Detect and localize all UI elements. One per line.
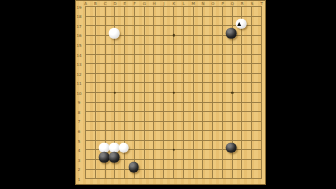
intersection-J10[interactable]: [159, 88, 169, 98]
intersection-L11[interactable]: [178, 78, 188, 88]
intersection-J4[interactable]: [159, 145, 169, 155]
intersection-N9[interactable]: [198, 97, 208, 107]
intersection-G4[interactable]: [139, 145, 149, 155]
intersection-C1[interactable]: [100, 174, 110, 184]
intersection-S18[interactable]: [247, 11, 257, 21]
intersection-N1[interactable]: [198, 174, 208, 184]
intersection-Q16[interactable]: [227, 31, 237, 41]
intersection-G5[interactable]: [139, 136, 149, 146]
intersection-H4[interactable]: [149, 145, 159, 155]
intersection-P17[interactable]: [218, 21, 228, 31]
intersection-A13[interactable]: [81, 59, 91, 69]
intersection-O3[interactable]: [208, 155, 218, 165]
intersection-A5[interactable]: [81, 136, 91, 146]
intersection-D15[interactable]: [110, 40, 120, 50]
intersection-N5[interactable]: [198, 136, 208, 146]
intersection-G8[interactable]: [139, 107, 149, 117]
intersection-B11[interactable]: [91, 78, 101, 88]
intersection-L5[interactable]: [178, 136, 188, 146]
intersection-Q12[interactable]: [227, 69, 237, 79]
intersection-M5[interactable]: [188, 136, 198, 146]
intersection-D7[interactable]: [110, 116, 120, 126]
intersection-S3[interactable]: [247, 155, 257, 165]
intersection-B18[interactable]: [91, 11, 101, 21]
intersection-F11[interactable]: [130, 78, 140, 88]
intersection-A10[interactable]: [81, 88, 91, 98]
intersection-S14[interactable]: [247, 50, 257, 60]
intersection-L2[interactable]: [178, 164, 188, 174]
intersection-R19[interactable]: [237, 2, 247, 12]
intersection-H15[interactable]: [149, 40, 159, 50]
intersection-S10[interactable]: [247, 88, 257, 98]
intersection-N2[interactable]: [198, 164, 208, 174]
intersection-L10[interactable]: [178, 88, 188, 98]
intersection-M8[interactable]: [188, 107, 198, 117]
intersection-R12[interactable]: [237, 69, 247, 79]
intersection-M7[interactable]: [188, 116, 198, 126]
intersection-P18[interactable]: [218, 11, 228, 21]
intersection-E14[interactable]: [120, 50, 130, 60]
intersection-T13[interactable]: [257, 59, 267, 69]
intersection-B15[interactable]: [91, 40, 101, 50]
intersection-O8[interactable]: [208, 107, 218, 117]
intersection-L6[interactable]: [178, 126, 188, 136]
intersection-J17[interactable]: [159, 21, 169, 31]
intersection-S6[interactable]: [247, 126, 257, 136]
intersection-H16[interactable]: [149, 31, 159, 41]
intersection-C17[interactable]: [100, 21, 110, 31]
intersection-A6[interactable]: [81, 126, 91, 136]
intersection-D16[interactable]: [110, 31, 120, 41]
intersection-H5[interactable]: [149, 136, 159, 146]
intersection-O14[interactable]: [208, 50, 218, 60]
intersection-T11[interactable]: [257, 78, 267, 88]
intersection-K2[interactable]: [169, 164, 179, 174]
intersection-P12[interactable]: [218, 69, 228, 79]
intersection-N17[interactable]: [198, 21, 208, 31]
intersection-O11[interactable]: [208, 78, 218, 88]
intersection-C14[interactable]: [100, 50, 110, 60]
intersection-D2[interactable]: [110, 164, 120, 174]
intersection-Q18[interactable]: [227, 11, 237, 21]
intersection-O7[interactable]: [208, 116, 218, 126]
intersection-C2[interactable]: [100, 164, 110, 174]
intersection-E10[interactable]: [120, 88, 130, 98]
intersection-K18[interactable]: [169, 11, 179, 21]
intersection-T8[interactable]: [257, 107, 267, 117]
intersection-T15[interactable]: [257, 40, 267, 50]
intersection-N12[interactable]: [198, 69, 208, 79]
intersection-N11[interactable]: [198, 78, 208, 88]
intersection-M15[interactable]: [188, 40, 198, 50]
intersection-O12[interactable]: [208, 69, 218, 79]
intersection-F6[interactable]: [130, 126, 140, 136]
intersection-C19[interactable]: [100, 2, 110, 12]
intersection-P9[interactable]: [218, 97, 228, 107]
intersection-H13[interactable]: [149, 59, 159, 69]
intersection-O1[interactable]: [208, 174, 218, 184]
intersection-F17[interactable]: [130, 21, 140, 31]
intersection-R17[interactable]: [237, 21, 247, 31]
intersection-M16[interactable]: [188, 31, 198, 41]
intersection-J7[interactable]: [159, 116, 169, 126]
intersection-K16[interactable]: [169, 31, 179, 41]
intersection-J6[interactable]: [159, 126, 169, 136]
intersection-C6[interactable]: [100, 126, 110, 136]
intersection-Q10[interactable]: [227, 88, 237, 98]
intersection-H17[interactable]: [149, 21, 159, 31]
intersection-Q14[interactable]: [227, 50, 237, 60]
intersection-M9[interactable]: [188, 97, 198, 107]
intersection-L15[interactable]: [178, 40, 188, 50]
intersection-M10[interactable]: [188, 88, 198, 98]
intersection-D6[interactable]: [110, 126, 120, 136]
intersection-H18[interactable]: [149, 11, 159, 21]
intersection-D9[interactable]: [110, 97, 120, 107]
intersection-T17[interactable]: [257, 21, 267, 31]
intersection-E8[interactable]: [120, 107, 130, 117]
intersection-S17[interactable]: [247, 21, 257, 31]
intersection-J1[interactable]: [159, 174, 169, 184]
intersection-E7[interactable]: [120, 116, 130, 126]
intersection-R11[interactable]: [237, 78, 247, 88]
intersection-T10[interactable]: [257, 88, 267, 98]
intersection-G11[interactable]: [139, 78, 149, 88]
intersection-J9[interactable]: [159, 97, 169, 107]
intersection-R16[interactable]: [237, 31, 247, 41]
intersection-J13[interactable]: [159, 59, 169, 69]
intersection-A11[interactable]: [81, 78, 91, 88]
intersection-F10[interactable]: [130, 88, 140, 98]
intersection-J8[interactable]: [159, 107, 169, 117]
intersection-N6[interactable]: [198, 126, 208, 136]
intersection-R4[interactable]: [237, 145, 247, 155]
intersection-P10[interactable]: [218, 88, 228, 98]
intersection-Q19[interactable]: [227, 2, 237, 12]
intersection-F15[interactable]: [130, 40, 140, 50]
intersection-K13[interactable]: [169, 59, 179, 69]
intersection-R6[interactable]: [237, 126, 247, 136]
intersection-Q7[interactable]: [227, 116, 237, 126]
intersection-E3[interactable]: [120, 155, 130, 165]
intersection-N4[interactable]: [198, 145, 208, 155]
intersection-D11[interactable]: [110, 78, 120, 88]
intersection-O18[interactable]: [208, 11, 218, 21]
intersection-A9[interactable]: [81, 97, 91, 107]
intersection-L4[interactable]: [178, 145, 188, 155]
intersection-N16[interactable]: [198, 31, 208, 41]
intersection-D14[interactable]: [110, 50, 120, 60]
intersection-N7[interactable]: [198, 116, 208, 126]
intersection-B17[interactable]: [91, 21, 101, 31]
intersection-K19[interactable]: [169, 2, 179, 12]
intersection-A15[interactable]: [81, 40, 91, 50]
intersection-S15[interactable]: [247, 40, 257, 50]
intersection-E11[interactable]: [120, 78, 130, 88]
intersection-S16[interactable]: [247, 31, 257, 41]
intersection-L18[interactable]: [178, 11, 188, 21]
intersection-C15[interactable]: [100, 40, 110, 50]
intersection-G13[interactable]: [139, 59, 149, 69]
intersection-O19[interactable]: [208, 2, 218, 12]
intersection-H10[interactable]: [149, 88, 159, 98]
intersection-P1[interactable]: [218, 174, 228, 184]
intersection-R9[interactable]: [237, 97, 247, 107]
intersection-K14[interactable]: [169, 50, 179, 60]
intersection-K5[interactable]: [169, 136, 179, 146]
intersection-L7[interactable]: [178, 116, 188, 126]
intersection-D18[interactable]: [110, 11, 120, 21]
intersection-E12[interactable]: [120, 69, 130, 79]
intersection-B5[interactable]: [91, 136, 101, 146]
intersection-B14[interactable]: [91, 50, 101, 60]
intersection-P14[interactable]: [218, 50, 228, 60]
intersection-J3[interactable]: [159, 155, 169, 165]
intersection-B1[interactable]: [91, 174, 101, 184]
intersection-H14[interactable]: [149, 50, 159, 60]
intersection-P5[interactable]: [218, 136, 228, 146]
intersection-C8[interactable]: [100, 107, 110, 117]
intersection-B7[interactable]: [91, 116, 101, 126]
intersection-F13[interactable]: [130, 59, 140, 69]
intersection-A16[interactable]: [81, 31, 91, 41]
intersection-G16[interactable]: [139, 31, 149, 41]
intersection-P6[interactable]: [218, 126, 228, 136]
intersection-O13[interactable]: [208, 59, 218, 69]
intersection-E4[interactable]: [120, 145, 130, 155]
intersection-E17[interactable]: [120, 21, 130, 31]
intersection-F1[interactable]: [130, 174, 140, 184]
intersection-T16[interactable]: [257, 31, 267, 41]
intersection-K12[interactable]: [169, 69, 179, 79]
intersection-T7[interactable]: [257, 116, 267, 126]
intersection-L13[interactable]: [178, 59, 188, 69]
intersection-A12[interactable]: [81, 69, 91, 79]
intersection-P15[interactable]: [218, 40, 228, 50]
intersection-F2[interactable]: [130, 164, 140, 174]
intersection-N19[interactable]: [198, 2, 208, 12]
intersection-L9[interactable]: [178, 97, 188, 107]
intersection-D13[interactable]: [110, 59, 120, 69]
intersection-S8[interactable]: [247, 107, 257, 117]
intersection-S7[interactable]: [247, 116, 257, 126]
intersection-F14[interactable]: [130, 50, 140, 60]
intersection-R10[interactable]: [237, 88, 247, 98]
intersection-E18[interactable]: [120, 11, 130, 21]
intersection-T14[interactable]: [257, 50, 267, 60]
intersection-Q6[interactable]: [227, 126, 237, 136]
intersection-T9[interactable]: [257, 97, 267, 107]
intersection-Q2[interactable]: [227, 164, 237, 174]
intersection-K7[interactable]: [169, 116, 179, 126]
intersection-B9[interactable]: [91, 97, 101, 107]
intersection-P8[interactable]: [218, 107, 228, 117]
intersection-J11[interactable]: [159, 78, 169, 88]
intersection-G19[interactable]: [139, 2, 149, 12]
intersection-B10[interactable]: [91, 88, 101, 98]
intersection-E6[interactable]: [120, 126, 130, 136]
intersection-R5[interactable]: [237, 136, 247, 146]
intersection-E15[interactable]: [120, 40, 130, 50]
intersection-M12[interactable]: [188, 69, 198, 79]
intersection-R1[interactable]: [237, 174, 247, 184]
intersection-B2[interactable]: [91, 164, 101, 174]
intersection-F18[interactable]: [130, 11, 140, 21]
intersection-M11[interactable]: [188, 78, 198, 88]
intersection-B8[interactable]: [91, 107, 101, 117]
intersection-R7[interactable]: [237, 116, 247, 126]
intersection-C10[interactable]: [100, 88, 110, 98]
intersection-S11[interactable]: [247, 78, 257, 88]
intersection-C18[interactable]: [100, 11, 110, 21]
intersection-A8[interactable]: [81, 107, 91, 117]
intersection-F12[interactable]: [130, 69, 140, 79]
intersection-O15[interactable]: [208, 40, 218, 50]
intersection-H3[interactable]: [149, 155, 159, 165]
intersection-H9[interactable]: [149, 97, 159, 107]
intersection-B12[interactable]: [91, 69, 101, 79]
intersection-A2[interactable]: [81, 164, 91, 174]
intersection-M18[interactable]: [188, 11, 198, 21]
intersection-F8[interactable]: [130, 107, 140, 117]
intersection-Q4[interactable]: [227, 145, 237, 155]
intersection-Q3[interactable]: [227, 155, 237, 165]
intersection-J14[interactable]: [159, 50, 169, 60]
intersection-K3[interactable]: [169, 155, 179, 165]
intersection-O2[interactable]: [208, 164, 218, 174]
intersection-E13[interactable]: [120, 59, 130, 69]
intersection-H1[interactable]: [149, 174, 159, 184]
intersection-G1[interactable]: [139, 174, 149, 184]
intersection-K4[interactable]: [169, 145, 179, 155]
intersection-R8[interactable]: [237, 107, 247, 117]
intersection-G12[interactable]: [139, 69, 149, 79]
intersection-N8[interactable]: [198, 107, 208, 117]
intersection-R3[interactable]: [237, 155, 247, 165]
intersection-P13[interactable]: [218, 59, 228, 69]
intersection-C13[interactable]: [100, 59, 110, 69]
intersection-T4[interactable]: [257, 145, 267, 155]
intersection-K11[interactable]: [169, 78, 179, 88]
intersection-L8[interactable]: [178, 107, 188, 117]
intersection-S5[interactable]: [247, 136, 257, 146]
intersection-G15[interactable]: [139, 40, 149, 50]
intersection-E1[interactable]: [120, 174, 130, 184]
intersection-K6[interactable]: [169, 126, 179, 136]
intersection-T5[interactable]: [257, 136, 267, 146]
intersection-C9[interactable]: [100, 97, 110, 107]
intersection-C11[interactable]: [100, 78, 110, 88]
intersection-S12[interactable]: [247, 69, 257, 79]
intersection-L1[interactable]: [178, 174, 188, 184]
intersection-Q11[interactable]: [227, 78, 237, 88]
intersection-D12[interactable]: [110, 69, 120, 79]
intersection-E16[interactable]: [120, 31, 130, 41]
intersection-J19[interactable]: [159, 2, 169, 12]
intersection-M6[interactable]: [188, 126, 198, 136]
intersection-D10[interactable]: [110, 88, 120, 98]
intersection-N15[interactable]: [198, 40, 208, 50]
intersection-R14[interactable]: [237, 50, 247, 60]
intersection-L19[interactable]: [178, 2, 188, 12]
intersection-E9[interactable]: [120, 97, 130, 107]
intersection-M14[interactable]: [188, 50, 198, 60]
intersection-A19[interactable]: [81, 2, 91, 12]
intersection-H19[interactable]: [149, 2, 159, 12]
intersection-R2[interactable]: [237, 164, 247, 174]
intersection-O4[interactable]: [208, 145, 218, 155]
intersection-C12[interactable]: [100, 69, 110, 79]
intersection-E19[interactable]: [120, 2, 130, 12]
intersection-D8[interactable]: [110, 107, 120, 117]
intersection-K9[interactable]: [169, 97, 179, 107]
intersection-T6[interactable]: [257, 126, 267, 136]
intersection-D1[interactable]: [110, 174, 120, 184]
intersection-L3[interactable]: [178, 155, 188, 165]
intersection-P2[interactable]: [218, 164, 228, 174]
intersection-A18[interactable]: [81, 11, 91, 21]
intersection-B16[interactable]: [91, 31, 101, 41]
intersection-N13[interactable]: [198, 59, 208, 69]
intersection-L14[interactable]: [178, 50, 188, 60]
intersection-A3[interactable]: [81, 155, 91, 165]
intersection-G18[interactable]: [139, 11, 149, 21]
intersection-F19[interactable]: [130, 2, 140, 12]
intersection-J2[interactable]: [159, 164, 169, 174]
intersection-Q1[interactable]: [227, 174, 237, 184]
intersection-M13[interactable]: [188, 59, 198, 69]
intersection-R15[interactable]: [237, 40, 247, 50]
intersection-H8[interactable]: [149, 107, 159, 117]
intersection-G7[interactable]: [139, 116, 149, 126]
intersection-H12[interactable]: [149, 69, 159, 79]
intersection-A14[interactable]: [81, 50, 91, 60]
intersection-A7[interactable]: [81, 116, 91, 126]
intersection-K8[interactable]: [169, 107, 179, 117]
intersection-R13[interactable]: [237, 59, 247, 69]
intersection-M2[interactable]: [188, 164, 198, 174]
intersection-J18[interactable]: [159, 11, 169, 21]
intersection-L12[interactable]: [178, 69, 188, 79]
intersection-O5[interactable]: [208, 136, 218, 146]
intersection-B6[interactable]: [91, 126, 101, 136]
intersection-O9[interactable]: [208, 97, 218, 107]
intersection-S13[interactable]: [247, 59, 257, 69]
intersection-C7[interactable]: [100, 116, 110, 126]
intersection-H6[interactable]: [149, 126, 159, 136]
intersection-Q8[interactable]: [227, 107, 237, 117]
intersection-G3[interactable]: [139, 155, 149, 165]
intersection-M3[interactable]: [188, 155, 198, 165]
intersection-G14[interactable]: [139, 50, 149, 60]
intersection-T18[interactable]: [257, 11, 267, 21]
intersection-Q15[interactable]: [227, 40, 237, 50]
intersection-M17[interactable]: [188, 21, 198, 31]
intersection-J5[interactable]: [159, 136, 169, 146]
intersection-O17[interactable]: [208, 21, 218, 31]
intersection-K1[interactable]: [169, 174, 179, 184]
intersection-L16[interactable]: [178, 31, 188, 41]
intersection-S1[interactable]: [247, 174, 257, 184]
intersection-S2[interactable]: [247, 164, 257, 174]
intersection-N3[interactable]: [198, 155, 208, 165]
intersection-Q9[interactable]: [227, 97, 237, 107]
intersection-G9[interactable]: [139, 97, 149, 107]
intersection-A17[interactable]: [81, 21, 91, 31]
intersection-S9[interactable]: [247, 97, 257, 107]
intersection-S4[interactable]: [247, 145, 257, 155]
intersection-A4[interactable]: [81, 145, 91, 155]
